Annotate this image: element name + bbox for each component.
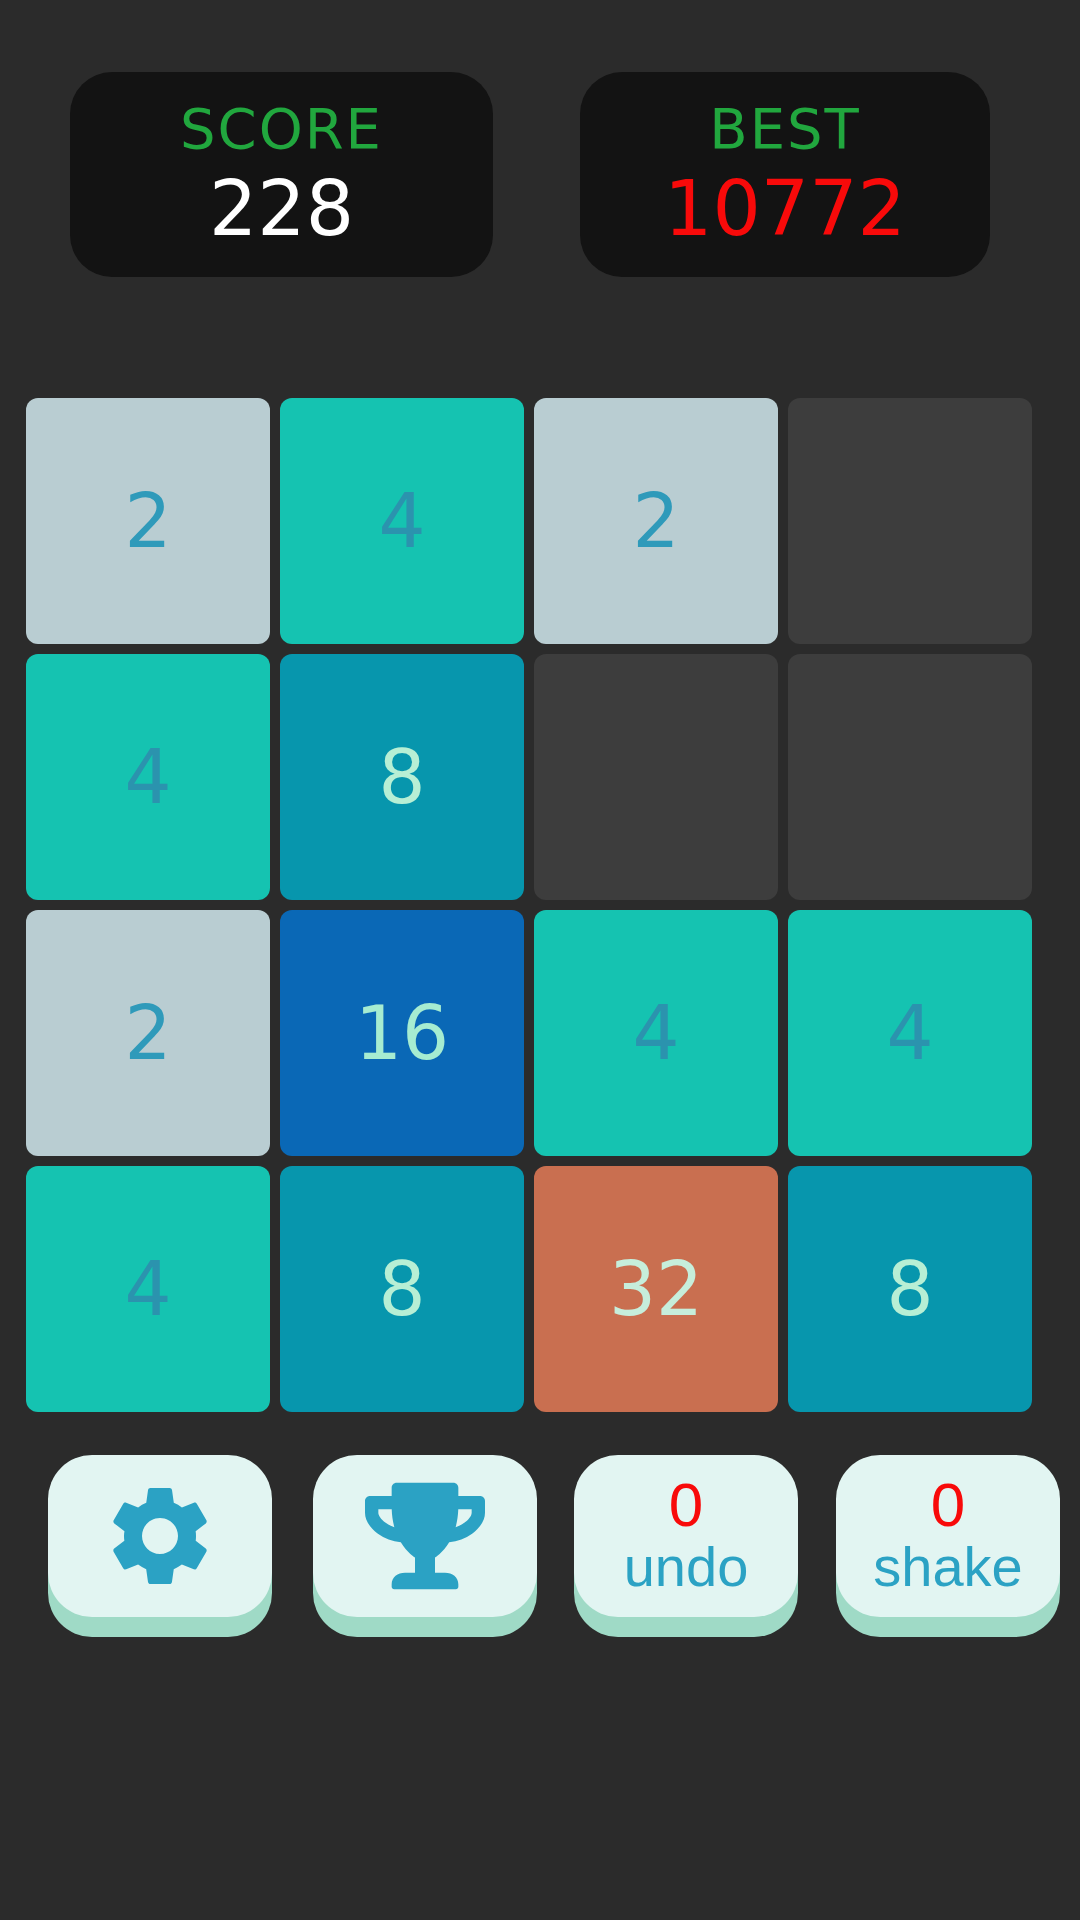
score-label: SCORE xyxy=(180,100,383,159)
settings-button[interactable] xyxy=(48,1455,272,1617)
board-cell-r3-c1: 8 xyxy=(280,1166,524,1412)
score-value: 228 xyxy=(209,169,354,249)
board-cell-r3-c3: 8 xyxy=(788,1166,1032,1412)
board-cell-r2-c3: 4 xyxy=(788,910,1032,1156)
board-cell-r3-c0: 4 xyxy=(26,1166,270,1412)
board-cell-r3-c2: 32 xyxy=(534,1166,778,1412)
board-cell-r0-c0: 2 xyxy=(26,398,270,644)
best-value: 10772 xyxy=(664,169,906,249)
best-label: BEST xyxy=(709,100,861,159)
board-cell-r2-c0: 2 xyxy=(26,910,270,1156)
shake-button[interactable]: 0 shake xyxy=(836,1455,1060,1617)
shake-label: shake xyxy=(873,1536,1022,1598)
board-cell-r2-c2: 4 xyxy=(534,910,778,1156)
undo-label: undo xyxy=(624,1536,749,1598)
board-cell-r1-c3 xyxy=(788,654,1032,900)
undo-count: 0 xyxy=(669,1474,703,1536)
board-cell-r1-c0: 4 xyxy=(26,654,270,900)
shake-count: 0 xyxy=(931,1474,965,1536)
game-board[interactable]: 2 4 2 4 8 2 16 4 4 4 8 32 8 xyxy=(26,398,1032,1412)
undo-button[interactable]: 0 undo xyxy=(574,1455,798,1617)
trophy-icon xyxy=(365,1476,485,1596)
achievements-button[interactable] xyxy=(313,1455,537,1617)
board-cell-r2-c1: 16 xyxy=(280,910,524,1156)
gear-icon xyxy=(100,1476,220,1596)
board-cell-r1-c2 xyxy=(534,654,778,900)
board-cell-r0-c1: 4 xyxy=(280,398,524,644)
score-panel: SCORE 228 xyxy=(70,72,493,277)
best-panel: BEST 10772 xyxy=(580,72,990,277)
board-cell-r0-c2: 2 xyxy=(534,398,778,644)
board-cell-r1-c1: 8 xyxy=(280,654,524,900)
board-cell-r0-c3 xyxy=(788,398,1032,644)
